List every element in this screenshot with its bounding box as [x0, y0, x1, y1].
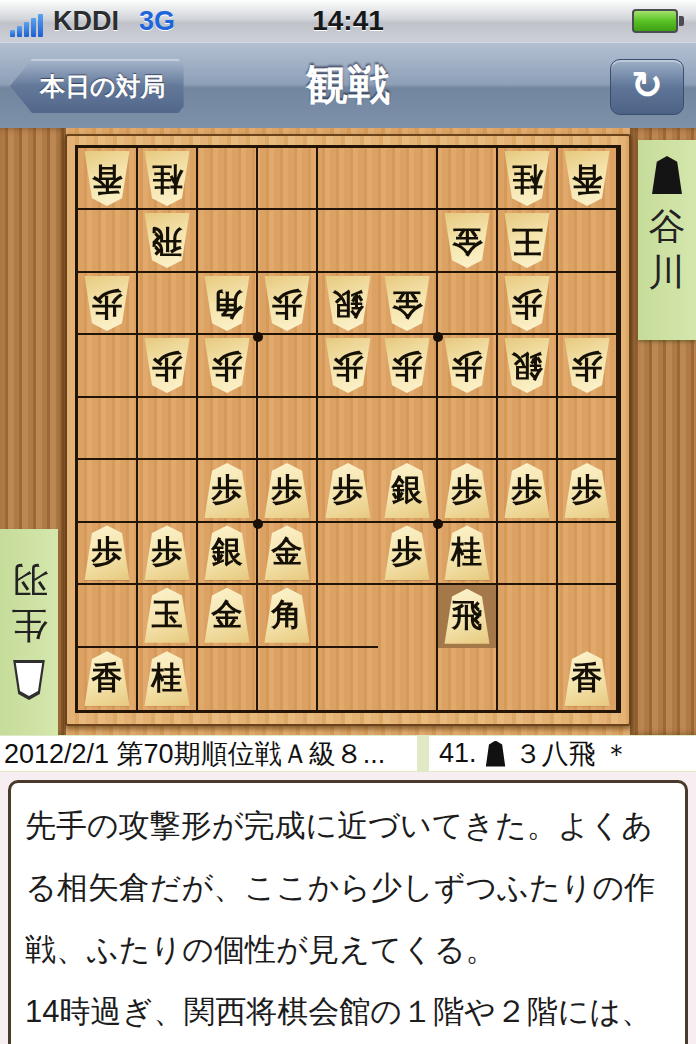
- board-square[interactable]: [138, 460, 198, 522]
- board-square[interactable]: 歩: [138, 335, 198, 397]
- clock: 14:41: [0, 5, 696, 37]
- board-square[interactable]: 歩: [558, 335, 618, 397]
- shogi-piece: 歩: [502, 276, 552, 331]
- board-square[interactable]: 歩: [138, 523, 198, 585]
- board-square[interactable]: [438, 273, 498, 335]
- shogi-piece: 歩: [323, 463, 373, 518]
- board-square[interactable]: [318, 523, 378, 585]
- status-bar: KDDI 3G 14:41: [0, 0, 696, 43]
- move-number: 41.: [439, 738, 477, 769]
- shogi-piece: 銀: [382, 463, 432, 518]
- board-square[interactable]: [198, 148, 258, 210]
- board-square[interactable]: 歩: [318, 335, 378, 397]
- board-square[interactable]: 飛: [438, 585, 498, 647]
- board-square[interactable]: 歩: [438, 335, 498, 397]
- board-square[interactable]: [558, 585, 618, 647]
- info-bar: 2012/2/1 第70期順位戦Ａ級８... 41. ３八飛 ＊: [0, 735, 696, 772]
- board-square[interactable]: 歩: [198, 460, 258, 522]
- shogi-piece: 桂: [442, 525, 492, 580]
- board-square[interactable]: [498, 585, 558, 647]
- shogi-piece: 銀: [202, 525, 252, 580]
- board-square[interactable]: 金: [378, 273, 438, 335]
- board-square[interactable]: 金: [438, 210, 498, 272]
- board-square[interactable]: [378, 148, 438, 210]
- board-square[interactable]: [498, 398, 558, 460]
- shogi-piece: 歩: [82, 276, 132, 331]
- board-square[interactable]: [558, 273, 618, 335]
- shogi-piece: 銀: [323, 276, 373, 331]
- board-square[interactable]: [438, 148, 498, 210]
- board-area: 谷川 羽生 香桂桂香飛金王歩角歩銀金歩歩歩歩歩歩銀歩歩歩歩銀歩歩歩歩歩銀金歩桂玉…: [0, 128, 696, 735]
- star-point: [253, 519, 263, 529]
- shogi-piece: 歩: [142, 338, 192, 393]
- commentary-area: 先手の攻撃形が完成に近づいてきた。よくある相矢倉だが、ここから少しずつふたりの作…: [0, 772, 696, 1044]
- star-point: [433, 519, 443, 529]
- board-square[interactable]: [378, 585, 438, 647]
- board-square[interactable]: 銀: [318, 273, 378, 335]
- board-square[interactable]: [78, 460, 138, 522]
- board-square[interactable]: [498, 523, 558, 585]
- shogi-piece: 歩: [202, 338, 252, 393]
- board-square[interactable]: 桂: [498, 148, 558, 210]
- shogi-piece: 歩: [382, 525, 432, 580]
- sente-piece-icon: [650, 156, 684, 194]
- game-title-strip[interactable]: 2012/2/1 第70期順位戦Ａ級８...: [0, 736, 417, 771]
- star-point: [433, 332, 443, 342]
- commentary-box[interactable]: 先手の攻撃形が完成に近づいてきた。よくある相矢倉だが、ここから少しずつふたりの作…: [8, 780, 688, 1044]
- gote-piece-icon: [11, 660, 47, 700]
- board-square[interactable]: [78, 210, 138, 272]
- board-square[interactable]: [258, 210, 318, 272]
- board-square[interactable]: 歩: [78, 523, 138, 585]
- shogi-piece: 歩: [442, 338, 492, 393]
- board-square[interactable]: [78, 585, 138, 647]
- board-square[interactable]: [378, 398, 438, 460]
- board-square[interactable]: 歩: [498, 273, 558, 335]
- board-square[interactable]: 歩: [438, 460, 498, 522]
- sente-player-panel: 谷川: [638, 140, 696, 340]
- shogi-piece: 桂: [142, 151, 192, 206]
- board-square[interactable]: 王: [498, 210, 558, 272]
- board-square[interactable]: [318, 648, 378, 710]
- board-square[interactable]: [438, 398, 498, 460]
- board-square[interactable]: 歩: [318, 460, 378, 522]
- board-grid: 香桂桂香飛金王歩角歩銀金歩歩歩歩歩歩銀歩歩歩歩銀歩歩歩歩歩銀金歩桂玉金角飛香桂香: [75, 145, 621, 713]
- board-square[interactable]: [558, 210, 618, 272]
- shogi-piece: 歩: [262, 276, 312, 331]
- board-square[interactable]: [378, 648, 438, 710]
- board-square[interactable]: 歩: [198, 335, 258, 397]
- screen: KDDI 3G 14:41 観戦 本日の対局 ↻ 谷川 羽生: [0, 0, 696, 1044]
- board-square[interactable]: [318, 148, 378, 210]
- board-square[interactable]: 歩: [558, 460, 618, 522]
- board-square[interactable]: [78, 398, 138, 460]
- shogi-piece: 香: [562, 151, 612, 206]
- shogi-piece: 香: [562, 651, 612, 706]
- star-point: [253, 332, 263, 342]
- shogi-piece: 玉: [142, 588, 192, 643]
- battery-icon: [632, 9, 684, 33]
- sente-move-icon: [485, 741, 507, 767]
- board-square[interactable]: [258, 148, 318, 210]
- board-square[interactable]: [438, 648, 498, 710]
- shogi-piece: 香: [82, 151, 132, 206]
- board-square[interactable]: [138, 273, 198, 335]
- board-square[interactable]: [78, 335, 138, 397]
- shogi-piece: 香: [82, 651, 132, 706]
- board-square[interactable]: [198, 398, 258, 460]
- shogi-piece: 歩: [323, 338, 373, 393]
- board-square[interactable]: [378, 210, 438, 272]
- board-square[interactable]: 桂: [438, 523, 498, 585]
- shogi-piece: 飛: [442, 589, 492, 644]
- shogi-piece: 角: [262, 588, 312, 643]
- board-square[interactable]: [258, 335, 318, 397]
- board-square[interactable]: 角: [198, 273, 258, 335]
- shogi-piece: 角: [202, 276, 252, 331]
- shogi-piece: 金: [382, 276, 432, 331]
- shogi-board: 香桂桂香飛金王歩角歩銀金歩歩歩歩歩歩銀歩歩歩歩銀歩歩歩歩歩銀金歩桂玉金角飛香桂香: [65, 134, 631, 726]
- board-square[interactable]: 香: [558, 148, 618, 210]
- board-square[interactable]: [318, 585, 378, 647]
- board-square[interactable]: [198, 648, 258, 710]
- board-square[interactable]: 飛: [138, 210, 198, 272]
- shogi-piece: 歩: [382, 338, 432, 393]
- board-square[interactable]: 桂: [138, 648, 198, 710]
- current-move-strip[interactable]: 41. ３八飛 ＊: [429, 736, 696, 771]
- shogi-piece: 桂: [142, 651, 192, 706]
- board-square[interactable]: [318, 210, 378, 272]
- board-square[interactable]: 金: [198, 585, 258, 647]
- board-square[interactable]: 歩: [78, 273, 138, 335]
- board-square[interactable]: [558, 523, 618, 585]
- board-square[interactable]: 銀: [198, 523, 258, 585]
- shogi-piece: 金: [442, 213, 492, 268]
- shogi-piece: 歩: [442, 463, 492, 518]
- board-square[interactable]: [258, 398, 318, 460]
- board-square[interactable]: 香: [78, 648, 138, 710]
- shogi-piece: 王: [502, 213, 552, 268]
- shogi-piece: 歩: [502, 463, 552, 518]
- shogi-piece: 歩: [562, 463, 612, 518]
- board-square[interactable]: 歩: [378, 335, 438, 397]
- refresh-button[interactable]: ↻: [610, 59, 684, 115]
- commentary-text: 先手の攻撃形が完成に近づいてきた。よくある相矢倉だが、ここから少しずつふたりの作…: [25, 795, 671, 1044]
- shogi-piece: 歩: [562, 338, 612, 393]
- board-square[interactable]: 香: [558, 648, 618, 710]
- board-square[interactable]: [318, 398, 378, 460]
- shogi-piece: 桂: [502, 151, 552, 206]
- move-text: ３八飛 ＊: [515, 736, 631, 772]
- game-title: 2012/2/1 第70期順位戦Ａ級８...: [4, 736, 385, 772]
- board-square[interactable]: [138, 398, 198, 460]
- nav-bar: 観戦 本日の対局 ↻: [0, 42, 696, 131]
- sente-player-name: 谷川: [649, 204, 686, 297]
- board-square[interactable]: 歩: [498, 460, 558, 522]
- board-square[interactable]: [498, 648, 558, 710]
- shogi-piece: 金: [262, 525, 312, 580]
- board-square[interactable]: 桂: [138, 148, 198, 210]
- board-square[interactable]: 歩: [378, 523, 438, 585]
- board-square[interactable]: [198, 210, 258, 272]
- board-square[interactable]: 銀: [378, 460, 438, 522]
- shogi-piece: 銀: [502, 338, 552, 393]
- gote-player-name: 羽生: [11, 555, 48, 648]
- board-square[interactable]: 銀: [498, 335, 558, 397]
- refresh-icon: ↻: [631, 66, 663, 104]
- board-square[interactable]: 金: [258, 523, 318, 585]
- board-square[interactable]: 玉: [138, 585, 198, 647]
- board-square[interactable]: 角: [258, 585, 318, 647]
- board-square[interactable]: 歩: [258, 460, 318, 522]
- board-square[interactable]: 歩: [258, 273, 318, 335]
- shogi-piece: 金: [202, 588, 252, 643]
- shogi-piece: 歩: [82, 525, 132, 580]
- back-button[interactable]: 本日の対局: [10, 59, 184, 113]
- shogi-piece: 歩: [142, 525, 192, 580]
- board-square[interactable]: 香: [78, 148, 138, 210]
- board-square[interactable]: [558, 398, 618, 460]
- gote-player-panel: 羽生: [0, 529, 58, 735]
- board-square[interactable]: [258, 648, 318, 710]
- shogi-piece: 歩: [262, 463, 312, 518]
- shogi-piece: 歩: [202, 463, 252, 518]
- shogi-piece: 飛: [142, 213, 192, 268]
